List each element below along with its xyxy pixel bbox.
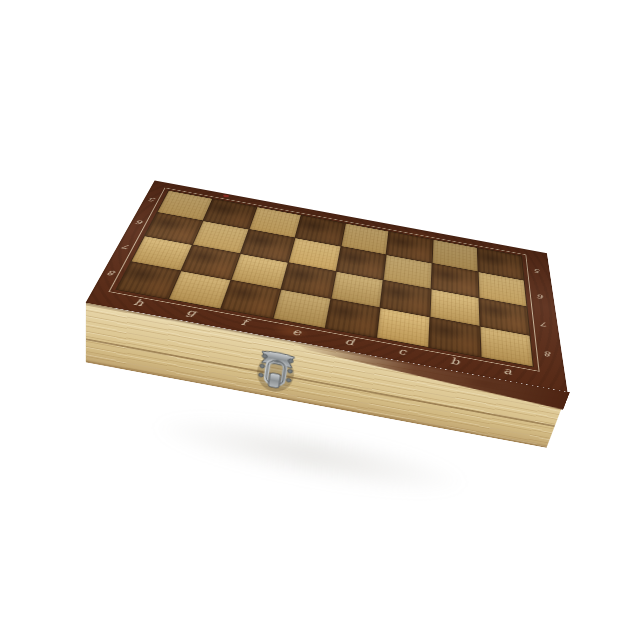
- square-c8: [377, 308, 429, 347]
- rank-label-right-7: 7: [535, 308, 554, 340]
- red-mark: [223, 194, 229, 197]
- square-e8: [273, 290, 330, 328]
- square-f8: [221, 280, 280, 318]
- product-photo: hgfedcba 5678 5678: [0, 0, 640, 640]
- square-h8: [117, 262, 180, 299]
- rank-label-right-8: 8: [539, 337, 559, 371]
- metal-clasp-icon: [251, 348, 300, 399]
- square-d8: [325, 299, 379, 338]
- scene-stage: hgfedcba 5678 5678: [102, 120, 577, 431]
- rank-label-right-6: 6: [532, 282, 550, 311]
- square-g8: [169, 271, 230, 308]
- chess-box: hgfedcba 5678 5678: [86, 181, 568, 393]
- rank-labels-right: 5678: [529, 258, 558, 372]
- rank-label-right-5: 5: [529, 258, 546, 285]
- square-a8: [481, 327, 533, 367]
- square-b8: [430, 317, 481, 356]
